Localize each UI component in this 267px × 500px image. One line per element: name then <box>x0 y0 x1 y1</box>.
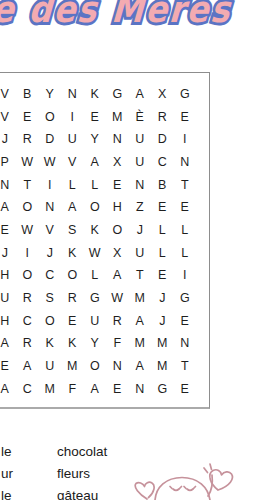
word-fleurs: fleurs <box>57 466 90 481</box>
word-chocolat: chocolat <box>57 444 107 459</box>
word-list-row: le chocolat <box>0 444 267 459</box>
closed-eye-icon <box>173 489 179 490</box>
word-gateau: gâteau <box>57 488 98 500</box>
word-left-fragment-2: ur <box>1 466 13 481</box>
word-list: le chocolat ur fleurs le gâteau <box>0 0 267 500</box>
word-left-fragment-1: le <box>1 444 12 459</box>
pink-creature-illustration <box>122 462 240 500</box>
creature-body <box>155 478 210 500</box>
heart-icon <box>210 470 233 490</box>
word-left-fragment-3: le <box>1 488 12 500</box>
closed-eye-icon <box>187 489 193 490</box>
heart-icon <box>135 482 154 499</box>
worksheet-page: Fête des Mères VBYNKGAXGVEOIEMÈREJRDUYNU… <box>0 0 267 500</box>
